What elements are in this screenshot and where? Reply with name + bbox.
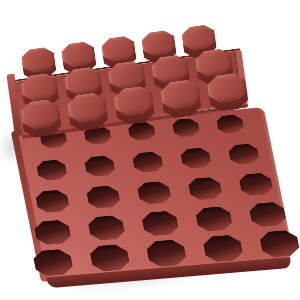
mold-bump <box>206 72 249 113</box>
mold-cavity <box>136 181 172 205</box>
product-photo-scene <box>0 0 300 300</box>
mold-cavity <box>141 210 180 237</box>
mold-cavity <box>258 229 300 258</box>
bump-grid <box>10 16 254 50</box>
mold-bump <box>19 98 62 139</box>
mold-bump <box>113 85 156 126</box>
mold-cavity <box>88 244 131 273</box>
mold-cavity <box>83 155 116 177</box>
mold-bump <box>66 91 109 132</box>
mold-cavity <box>35 159 68 181</box>
mold-cavity <box>227 143 260 165</box>
mold-cavity <box>87 215 126 242</box>
mold-bump <box>159 78 202 119</box>
mold-cavity <box>238 172 274 196</box>
mold-cavity <box>248 201 287 228</box>
mold-cavity <box>187 176 223 200</box>
mold-cavity <box>85 185 121 209</box>
mold-cavity <box>33 219 72 246</box>
mold-cavity <box>34 189 70 213</box>
mold-cavity <box>194 206 233 233</box>
mold-cavity <box>179 147 212 169</box>
mold-cavity <box>145 239 188 268</box>
mold-cavity <box>202 234 245 263</box>
mold-cavity <box>131 151 164 173</box>
